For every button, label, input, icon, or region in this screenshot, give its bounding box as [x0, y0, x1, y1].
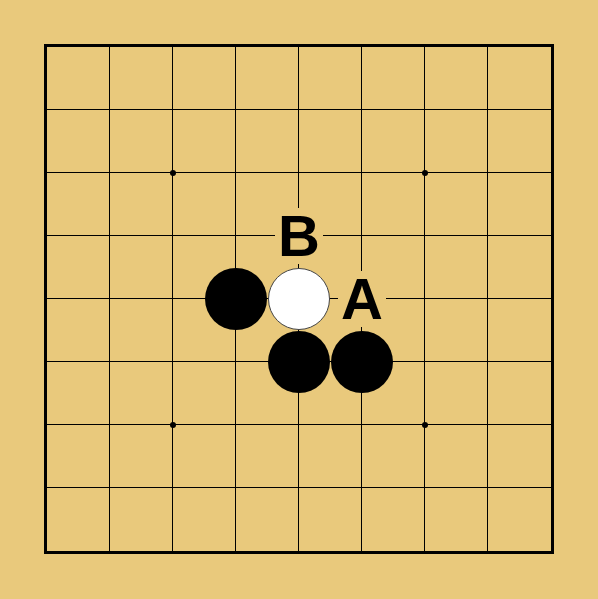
point-label-B[interactable]: B: [275, 208, 323, 264]
goban-points: BA: [47, 47, 551, 551]
star-point: [170, 170, 176, 176]
black-stone: [331, 331, 393, 393]
go-diagram: BA: [0, 0, 598, 599]
star-point: [422, 422, 428, 428]
star-point: [422, 170, 428, 176]
white-stone: [268, 268, 330, 330]
goban: BA: [44, 44, 554, 554]
point-label-A[interactable]: A: [338, 271, 386, 327]
black-stone: [268, 331, 330, 393]
star-point: [170, 422, 176, 428]
black-stone: [205, 268, 267, 330]
